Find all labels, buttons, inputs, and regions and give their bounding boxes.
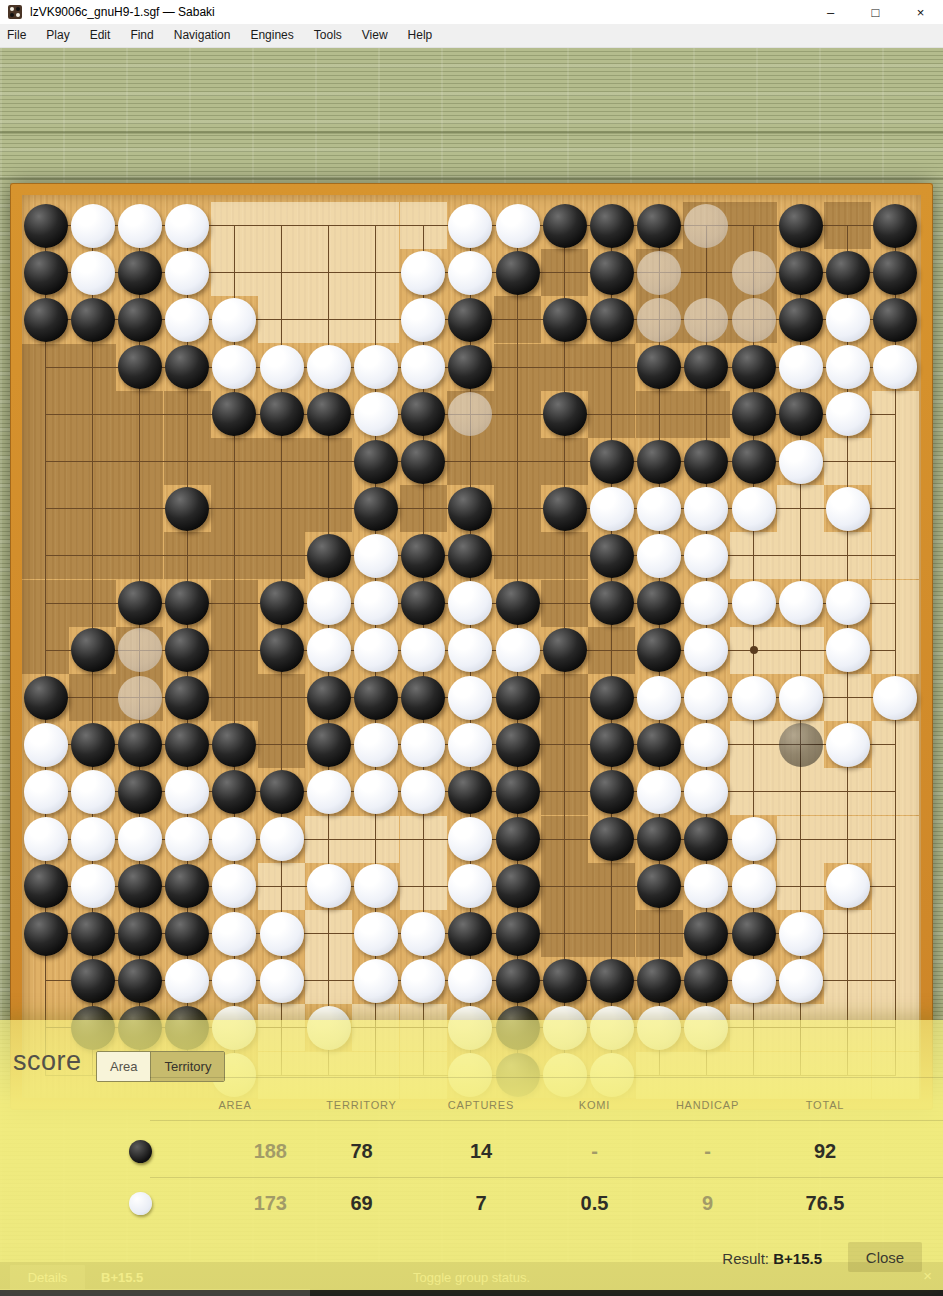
stone-white[interactable]	[71, 864, 115, 908]
stone-black[interactable]	[590, 440, 634, 484]
stone-black[interactable]	[165, 676, 209, 720]
title-bar: lzVK9006c_gnuH9-1.sgf — Sabaki – □ ×	[0, 0, 943, 24]
score-row-white: 173 69 7 0.5 9 76.5	[0, 1177, 943, 1229]
dead-stone-white[interactable]	[637, 251, 681, 295]
black-captures: 14	[413, 1140, 549, 1163]
stone-black[interactable]	[590, 204, 634, 248]
stone-black[interactable]	[637, 864, 681, 908]
stone-white[interactable]	[307, 864, 351, 908]
stone-white[interactable]	[826, 345, 870, 389]
col-header-handicap: HANDICAP	[640, 1099, 775, 1111]
stone-white[interactable]	[401, 723, 445, 767]
stone-white[interactable]	[684, 723, 728, 767]
stone-white[interactable]	[448, 204, 492, 248]
stone-white[interactable]	[71, 817, 115, 861]
stone-black[interactable]	[24, 864, 68, 908]
dead-stone-white[interactable]	[684, 298, 728, 342]
stone-black[interactable]	[307, 534, 351, 578]
stone-black[interactable]	[307, 392, 351, 436]
minimize-button[interactable]: –	[808, 0, 853, 24]
stone-white[interactable]	[779, 676, 823, 720]
stone-white[interactable]	[71, 204, 115, 248]
stone-black[interactable]	[496, 581, 540, 625]
stone-white[interactable]	[307, 770, 351, 814]
stone-black[interactable]	[873, 251, 917, 295]
white-total: 76.5	[775, 1192, 875, 1215]
stone-white[interactable]	[212, 817, 256, 861]
stone-white[interactable]	[826, 581, 870, 625]
stone-white[interactable]	[401, 628, 445, 672]
black-territory: 78	[310, 1140, 413, 1163]
stone-black[interactable]	[637, 723, 681, 767]
black-handicap: -	[640, 1140, 775, 1163]
stone-black[interactable]	[590, 959, 634, 1003]
stone-black[interactable]	[401, 581, 445, 625]
white-handicap: 9	[640, 1192, 775, 1215]
stone-white[interactable]	[260, 959, 304, 1003]
stone-black[interactable]	[165, 912, 209, 956]
col-header-total: TOTAL	[775, 1099, 875, 1111]
stone-white[interactable]	[684, 534, 728, 578]
stone-black[interactable]	[165, 628, 209, 672]
stone-black[interactable]	[637, 440, 681, 484]
menu-item-help[interactable]: Help	[398, 24, 443, 47]
stone-white[interactable]	[354, 345, 398, 389]
stone-white[interactable]	[448, 676, 492, 720]
stone-white[interactable]	[165, 770, 209, 814]
stone-black[interactable]	[684, 817, 728, 861]
stone-black[interactable]	[448, 912, 492, 956]
stone-black[interactable]	[496, 817, 540, 861]
stone-white[interactable]	[260, 817, 304, 861]
stone-white[interactable]	[826, 487, 870, 531]
stone-white[interactable]	[637, 487, 681, 531]
stone-white[interactable]	[118, 204, 162, 248]
score-row-black: 188 78 14 - - 92	[0, 1125, 943, 1177]
menu-bar: FilePlayEditFindNavigationEnginesToolsVi…	[0, 24, 943, 48]
stone-white[interactable]	[165, 298, 209, 342]
stone-black[interactable]	[732, 392, 776, 436]
stone-white[interactable]	[260, 912, 304, 956]
stone-black[interactable]	[24, 298, 68, 342]
goban[interactable]	[22, 195, 921, 1098]
dead-stone-white[interactable]	[118, 628, 162, 672]
stone-white[interactable]	[24, 723, 68, 767]
stone-black[interactable]	[779, 298, 823, 342]
stone-black[interactable]	[590, 770, 634, 814]
stone-white[interactable]	[826, 864, 870, 908]
stone-white[interactable]	[212, 959, 256, 1003]
close-button[interactable]: ×	[898, 0, 943, 24]
white-area: 173	[160, 1192, 310, 1215]
stone-white[interactable]	[732, 959, 776, 1003]
stone-black[interactable]	[307, 723, 351, 767]
stone-black[interactable]	[873, 298, 917, 342]
col-header-area: AREA	[160, 1099, 310, 1111]
stone-black[interactable]	[590, 534, 634, 578]
stone-black[interactable]	[732, 912, 776, 956]
close-score-button[interactable]: Close	[848, 1242, 922, 1272]
stone-white[interactable]	[448, 723, 492, 767]
score-panel-title: score	[13, 1046, 82, 1077]
stone-white[interactable]	[354, 959, 398, 1003]
stone-black[interactable]	[24, 251, 68, 295]
stone-white[interactable]	[684, 676, 728, 720]
hoshi-point	[750, 646, 758, 654]
dead-stone-white[interactable]	[732, 251, 776, 295]
stone-white[interactable]	[826, 392, 870, 436]
stone-black[interactable]	[24, 912, 68, 956]
stone-white[interactable]	[354, 864, 398, 908]
stone-white[interactable]	[779, 912, 823, 956]
stone-white[interactable]	[307, 581, 351, 625]
stone-white[interactable]	[684, 487, 728, 531]
stone-white[interactable]	[165, 204, 209, 248]
stone-white[interactable]	[354, 534, 398, 578]
stone-white[interactable]	[71, 251, 115, 295]
stone-black[interactable]	[448, 298, 492, 342]
stone-black[interactable]	[684, 440, 728, 484]
stone-white[interactable]	[826, 628, 870, 672]
stone-white[interactable]	[212, 912, 256, 956]
stone-white[interactable]	[354, 392, 398, 436]
stone-black[interactable]	[543, 487, 587, 531]
stone-white[interactable]	[401, 298, 445, 342]
dead-stone-white[interactable]	[684, 204, 728, 248]
stone-black[interactable]	[732, 440, 776, 484]
stone-white[interactable]	[118, 817, 162, 861]
stone-black[interactable]	[590, 581, 634, 625]
grid-line-vertical	[611, 225, 612, 1076]
stone-black[interactable]	[448, 770, 492, 814]
stone-white[interactable]	[826, 723, 870, 767]
stone-white[interactable]	[448, 864, 492, 908]
stone-white[interactable]	[637, 770, 681, 814]
stone-white[interactable]	[354, 770, 398, 814]
stone-black[interactable]	[165, 487, 209, 531]
sabaki-app-icon	[8, 5, 22, 19]
divider	[150, 1120, 943, 1121]
stone-black[interactable]	[71, 912, 115, 956]
stone-black[interactable]	[118, 912, 162, 956]
stone-white[interactable]	[24, 770, 68, 814]
stone-black[interactable]	[543, 628, 587, 672]
stone-white[interactable]	[873, 676, 917, 720]
stone-black[interactable]	[401, 676, 445, 720]
stone-white[interactable]	[779, 440, 823, 484]
stone-black[interactable]	[118, 345, 162, 389]
stone-white[interactable]	[448, 959, 492, 1003]
menu-item-edit[interactable]: Edit	[80, 24, 121, 47]
stone-black[interactable]	[543, 298, 587, 342]
stone-black[interactable]	[637, 345, 681, 389]
dead-stone-white[interactable]	[118, 676, 162, 720]
stone-white[interactable]	[779, 345, 823, 389]
stone-white[interactable]	[354, 912, 398, 956]
stone-white[interactable]	[165, 959, 209, 1003]
white-captures: 7	[413, 1192, 549, 1215]
divider	[150, 1077, 943, 1078]
stone-white[interactable]	[637, 534, 681, 578]
stone-white[interactable]	[684, 770, 728, 814]
stone-black[interactable]	[118, 770, 162, 814]
stone-black[interactable]	[637, 204, 681, 248]
stone-black[interactable]	[496, 251, 540, 295]
stone-white[interactable]	[448, 251, 492, 295]
black-komi: -	[549, 1140, 640, 1163]
menu-item-engines[interactable]: Engines	[240, 24, 303, 47]
stone-black[interactable]	[637, 959, 681, 1003]
stone-white[interactable]	[684, 864, 728, 908]
stone-black[interactable]	[165, 345, 209, 389]
stone-white[interactable]	[354, 628, 398, 672]
white-territory: 69	[310, 1192, 413, 1215]
stone-white[interactable]	[354, 723, 398, 767]
tab-area[interactable]: Area	[97, 1052, 150, 1081]
stone-black[interactable]	[637, 581, 681, 625]
white-komi: 0.5	[549, 1192, 640, 1215]
stone-black[interactable]	[118, 298, 162, 342]
stone-black[interactable]	[260, 392, 304, 436]
stone-black[interactable]	[496, 676, 540, 720]
stone-black[interactable]	[684, 959, 728, 1003]
stone-white[interactable]	[260, 345, 304, 389]
stone-black[interactable]	[590, 817, 634, 861]
stone-black[interactable]	[354, 676, 398, 720]
stone-black[interactable]	[590, 251, 634, 295]
stone-black[interactable]	[165, 864, 209, 908]
stone-white[interactable]	[826, 298, 870, 342]
stone-black[interactable]	[71, 959, 115, 1003]
stone-black[interactable]	[496, 959, 540, 1003]
stone-black[interactable]	[260, 770, 304, 814]
stone-black[interactable]	[118, 581, 162, 625]
stone-white[interactable]	[684, 628, 728, 672]
stone-black[interactable]	[448, 534, 492, 578]
stone-black[interactable]	[637, 817, 681, 861]
col-header-komi: KOMI	[549, 1099, 640, 1111]
stone-white[interactable]	[354, 581, 398, 625]
window-title: lzVK9006c_gnuH9-1.sgf — Sabaki	[30, 5, 215, 19]
stone-white[interactable]	[401, 251, 445, 295]
stone-black[interactable]	[732, 345, 776, 389]
menu-item-file[interactable]: File	[0, 24, 36, 47]
stone-black[interactable]	[118, 959, 162, 1003]
stone-white[interactable]	[448, 628, 492, 672]
stone-black[interactable]	[71, 723, 115, 767]
stone-white[interactable]	[496, 628, 540, 672]
stone-white[interactable]	[307, 345, 351, 389]
stone-white[interactable]	[71, 770, 115, 814]
statusbar-bottom-segment	[0, 1289, 310, 1296]
stone-white[interactable]	[732, 581, 776, 625]
stone-black[interactable]	[448, 345, 492, 389]
stone-black[interactable]	[212, 770, 256, 814]
black-area: 188	[160, 1140, 310, 1163]
col-header-territory: TERRITORY	[310, 1099, 413, 1111]
maximize-button[interactable]: □	[853, 0, 898, 24]
stone-black[interactable]	[496, 912, 540, 956]
stone-black[interactable]	[354, 440, 398, 484]
menu-item-play[interactable]: Play	[36, 24, 79, 47]
app-window: lzVK9006c_gnuH9-1.sgf — Sabaki – □ × Fil…	[0, 0, 943, 1296]
stone-black[interactable]	[590, 676, 634, 720]
stone-black[interactable]	[24, 204, 68, 248]
stone-black[interactable]	[873, 204, 917, 248]
dead-stone-white[interactable]	[732, 298, 776, 342]
score-panel: score Area Territory AREA TERRITORY CAPT…	[0, 1020, 943, 1290]
stone-black[interactable]	[543, 959, 587, 1003]
stone-black[interactable]	[684, 345, 728, 389]
window-controls: – □ ×	[808, 0, 943, 24]
stone-white[interactable]	[401, 912, 445, 956]
stone-black[interactable]	[165, 723, 209, 767]
stone-black[interactable]	[401, 440, 445, 484]
stone-black[interactable]	[543, 392, 587, 436]
stone-white[interactable]	[165, 817, 209, 861]
score-table-header: AREA TERRITORY CAPTURES KOMI HANDICAP TO…	[0, 1099, 943, 1111]
stone-black[interactable]	[118, 251, 162, 295]
stone-black[interactable]	[118, 723, 162, 767]
dead-stone-black[interactable]	[779, 723, 823, 767]
stone-black[interactable]	[212, 723, 256, 767]
stone-black[interactable]	[71, 298, 115, 342]
stone-white[interactable]	[732, 864, 776, 908]
stone-black[interactable]	[448, 487, 492, 531]
stone-black[interactable]	[24, 676, 68, 720]
stone-black[interactable]	[590, 723, 634, 767]
dead-stone-white[interactable]	[637, 298, 681, 342]
stone-white[interactable]	[401, 345, 445, 389]
menu-item-tools[interactable]: Tools	[304, 24, 352, 47]
stone-white[interactable]	[732, 676, 776, 720]
stone-white[interactable]	[448, 581, 492, 625]
stone-black[interactable]	[637, 628, 681, 672]
stone-white[interactable]	[24, 817, 68, 861]
stone-black[interactable]	[260, 581, 304, 625]
stone-white[interactable]	[401, 959, 445, 1003]
black-stone-icon	[129, 1140, 152, 1163]
result-line: Result: B+15.5	[722, 1250, 822, 1267]
result-label: Result:	[722, 1250, 769, 1267]
stone-white[interactable]	[684, 581, 728, 625]
stone-black[interactable]	[779, 251, 823, 295]
stone-white[interactable]	[637, 676, 681, 720]
stone-black[interactable]	[260, 628, 304, 672]
stone-white[interactable]	[496, 204, 540, 248]
stone-black[interactable]	[590, 298, 634, 342]
stone-white[interactable]	[779, 959, 823, 1003]
stone-black[interactable]	[212, 392, 256, 436]
stone-white[interactable]	[401, 770, 445, 814]
result-value: B+15.5	[773, 1250, 822, 1267]
stone-black[interactable]	[496, 723, 540, 767]
col-header-captures: CAPTURES	[413, 1099, 549, 1111]
menu-item-navigation[interactable]: Navigation	[164, 24, 241, 47]
stone-black[interactable]	[118, 864, 162, 908]
stone-white[interactable]	[448, 817, 492, 861]
menu-item-find[interactable]: Find	[120, 24, 163, 47]
stone-black[interactable]	[165, 581, 209, 625]
stone-black[interactable]	[496, 770, 540, 814]
stone-black[interactable]	[543, 204, 587, 248]
white-stone-icon	[129, 1192, 152, 1215]
stone-white[interactable]	[212, 298, 256, 342]
stone-black[interactable]	[779, 392, 823, 436]
menu-item-view[interactable]: View	[352, 24, 398, 47]
black-total: 92	[775, 1140, 875, 1163]
stone-white[interactable]	[307, 628, 351, 672]
stone-black[interactable]	[307, 676, 351, 720]
stone-white[interactable]	[212, 864, 256, 908]
stone-black[interactable]	[684, 912, 728, 956]
stone-white[interactable]	[590, 487, 634, 531]
stone-white[interactable]	[732, 817, 776, 861]
stone-black[interactable]	[71, 628, 115, 672]
stone-black[interactable]	[779, 204, 823, 248]
stone-black[interactable]	[826, 251, 870, 295]
goban-frame	[10, 183, 933, 1110]
stone-white[interactable]	[873, 345, 917, 389]
stone-black[interactable]	[401, 392, 445, 436]
stone-white[interactable]	[779, 581, 823, 625]
stone-white[interactable]	[732, 487, 776, 531]
stone-black[interactable]	[401, 534, 445, 578]
stone-black[interactable]	[354, 487, 398, 531]
stone-white[interactable]	[212, 345, 256, 389]
stone-black[interactable]	[496, 864, 540, 908]
stone-white[interactable]	[165, 251, 209, 295]
